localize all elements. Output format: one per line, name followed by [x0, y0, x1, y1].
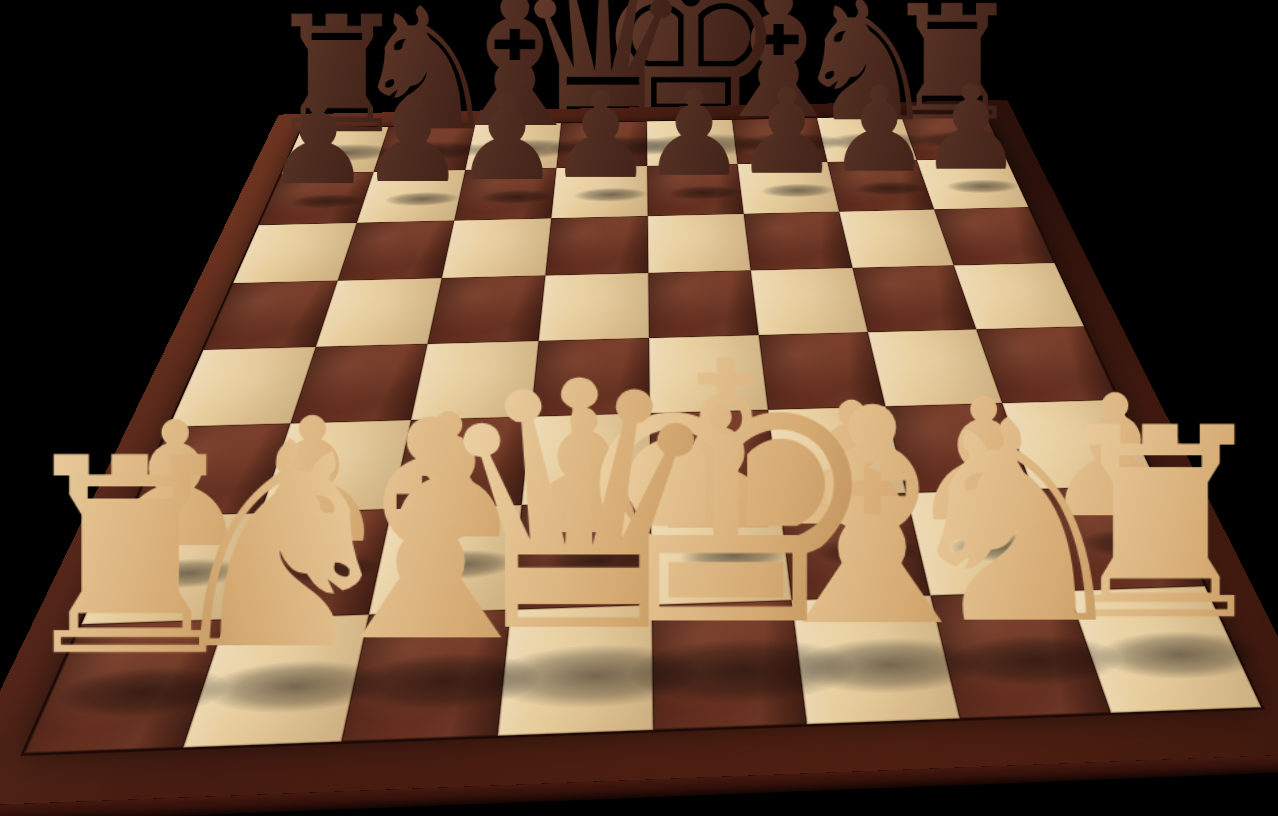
- square-c7[interactable]: [454, 168, 556, 221]
- chess-3d-scene: ♜♞♝♛♚♝♞♜♟♟♟♟♟♟♟♟♟♟♟♟♟♟♟♟♜♞♝♛♚♝♞♜: [0, 0, 1278, 816]
- square-c6[interactable]: [442, 218, 551, 278]
- square-e6[interactable]: [648, 214, 751, 273]
- piece-white-rook-a1[interactable]: ♜: [0, 433, 442, 683]
- square-g8[interactable]: [817, 116, 917, 162]
- square-e7[interactable]: [647, 164, 743, 216]
- square-f6[interactable]: [744, 212, 853, 271]
- square-e8[interactable]: [647, 120, 738, 166]
- square-d8[interactable]: [556, 121, 647, 168]
- board-tilt-wrapper: ♜♞♝♛♚♝♞♜♟♟♟♟♟♟♟♟♟♟♟♟♟♟♟♟♜♞♝♛♚♝♞♜: [0, 100, 1278, 807]
- square-b7[interactable]: [357, 170, 465, 223]
- square-c8[interactable]: [465, 123, 561, 170]
- square-d6[interactable]: [545, 216, 648, 275]
- square-f8[interactable]: [732, 118, 827, 164]
- square-d7[interactable]: [551, 166, 647, 218]
- square-b6[interactable]: [338, 221, 455, 281]
- square-b8[interactable]: [374, 125, 475, 172]
- square-f7[interactable]: [738, 162, 840, 214]
- square-g7[interactable]: [827, 160, 934, 212]
